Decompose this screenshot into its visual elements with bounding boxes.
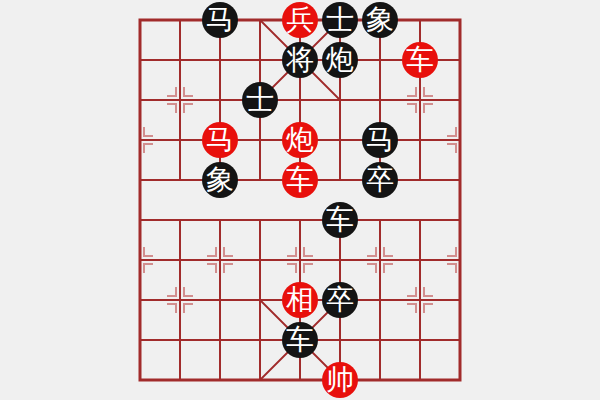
piece-black-soldier[interactable]: 卒 (362, 162, 398, 198)
pieces-grid: 马兵士象将炮车士马炮马象车卒车相卒车帅 (120, 0, 480, 400)
piece-red-elephant[interactable]: 相 (282, 282, 318, 318)
piece-black-general[interactable]: 将 (282, 42, 318, 78)
piece-black-chariot[interactable]: 车 (282, 322, 318, 358)
piece-black-horse[interactable]: 马 (202, 2, 238, 38)
piece-red-chariot[interactable]: 车 (282, 162, 318, 198)
piece-red-chariot[interactable]: 车 (402, 42, 438, 78)
piece-black-soldier[interactable]: 卒 (322, 282, 358, 318)
piece-black-advisor[interactable]: 士 (242, 82, 278, 118)
piece-red-horse[interactable]: 马 (202, 122, 238, 158)
piece-black-horse[interactable]: 马 (362, 122, 398, 158)
piece-red-soldier[interactable]: 兵 (282, 2, 318, 38)
piece-black-cannon[interactable]: 炮 (322, 42, 358, 78)
piece-black-elephant[interactable]: 象 (202, 162, 238, 198)
piece-red-cannon[interactable]: 炮 (282, 122, 318, 158)
piece-black-elephant[interactable]: 象 (362, 2, 398, 38)
xiangqi-diagram: 马兵士象将炮车士马炮马象车卒车相卒车帅 (0, 0, 600, 400)
piece-black-advisor[interactable]: 士 (322, 2, 358, 38)
piece-red-general[interactable]: 帅 (322, 362, 358, 398)
piece-black-chariot[interactable]: 车 (322, 202, 358, 238)
